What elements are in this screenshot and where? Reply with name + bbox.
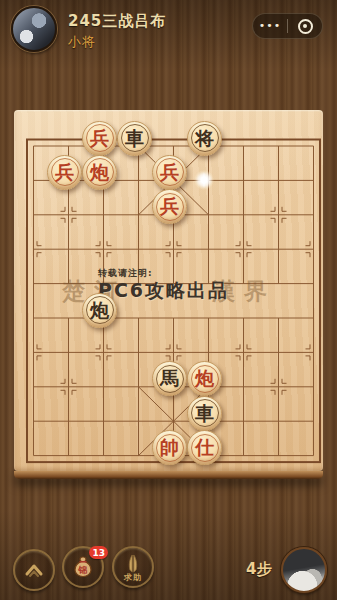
piece-red-advisor[interactable]: 仕 bbox=[187, 430, 222, 465]
level-title: 245三战吕布 bbox=[68, 12, 166, 31]
piece-red-pawn[interactable]: 兵 bbox=[82, 121, 117, 156]
help-label: 求助 bbox=[114, 572, 152, 583]
chevron-up-icon bbox=[21, 557, 47, 583]
xiangqi-board[interactable]: 楚河 漢界 转载请注明: PC6攻略出品 兵車将兵炮兵兵炮馬炮車帥仕 bbox=[14, 110, 323, 471]
level-avatar bbox=[11, 6, 57, 52]
piece-black-cannon[interactable]: 炮 bbox=[82, 293, 117, 328]
close-button[interactable] bbox=[288, 14, 322, 38]
more-icon: ••• bbox=[259, 20, 281, 33]
bag-character: 锦 bbox=[78, 565, 88, 575]
watermark-brand: PC6攻略出品 bbox=[98, 278, 229, 304]
capsule-close-icon bbox=[298, 19, 313, 34]
ask-help-button[interactable]: 求助 bbox=[112, 546, 154, 588]
piece-red-pawn[interactable]: 兵 bbox=[152, 155, 187, 190]
collapse-menu-button[interactable] bbox=[13, 549, 55, 591]
piece-red-general[interactable]: 帥 bbox=[152, 430, 187, 465]
piece-black-chariot[interactable]: 車 bbox=[187, 396, 222, 431]
piece-red-cannon[interactable]: 炮 bbox=[82, 155, 117, 190]
steps-counter: 4步 bbox=[246, 560, 282, 579]
piece-black-chariot[interactable]: 車 bbox=[117, 121, 152, 156]
game-screen: 245三战吕布 小将 ••• 楚河 漢界 转载请注明: PC6攻略出品 兵車将兵… bbox=[0, 0, 337, 600]
player-avatar[interactable] bbox=[281, 547, 327, 593]
hint-bag-button[interactable]: 锦 13 bbox=[62, 546, 104, 588]
sparkle-highlight bbox=[194, 170, 214, 190]
more-button[interactable]: ••• bbox=[253, 14, 287, 38]
level-rank-label: 小将 bbox=[68, 33, 96, 51]
miniprogram-capsule: ••• bbox=[252, 13, 323, 39]
piece-red-pawn[interactable]: 兵 bbox=[47, 155, 82, 190]
hint-count-badge: 13 bbox=[89, 546, 108, 559]
piece-black-general[interactable]: 将 bbox=[187, 121, 222, 156]
